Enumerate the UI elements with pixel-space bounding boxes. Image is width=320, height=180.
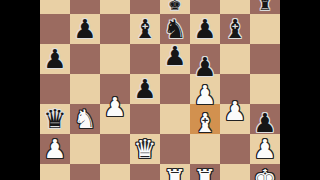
square-b5[interactable] — [70, 74, 100, 104]
letterbox-bar-right — [280, 0, 320, 180]
square-e3[interactable] — [160, 134, 190, 164]
piece-white-pawn-a3[interactable]: ♟ — [43, 134, 66, 164]
piece-black-bishop-d7[interactable]: ♝ — [133, 14, 156, 44]
square-d8[interactable] — [130, 0, 160, 14]
square-c6[interactable] — [100, 44, 130, 74]
piece-black-queen-a4[interactable]: ♛ — [43, 104, 66, 134]
piece-black-rook-h8[interactable]: ♜ — [258, 0, 271, 14]
square-d7[interactable]: ♝ — [130, 14, 160, 44]
piece-white-rook-e2[interactable]: ♜ — [163, 164, 186, 180]
square-c2[interactable] — [100, 164, 130, 180]
square-g3[interactable] — [220, 134, 250, 164]
square-e2[interactable]: ♜ — [160, 164, 190, 180]
square-h8[interactable]: ♜ — [250, 0, 280, 14]
square-g8[interactable] — [220, 0, 250, 14]
piece-black-bishop-g7[interactable]: ♝ — [223, 14, 246, 44]
square-a3[interactable]: ♟ — [40, 134, 70, 164]
square-h5[interactable] — [250, 74, 280, 104]
square-g6[interactable] — [220, 44, 250, 74]
piece-black-pawn-a6[interactable]: ♟ — [43, 44, 66, 74]
square-f4[interactable]: ♝ — [190, 104, 220, 134]
piece-white-pawn-h3[interactable]: ♟ — [253, 134, 276, 164]
piece-white-pawn-f5[interactable]: ♟ — [193, 80, 216, 110]
square-f6[interactable]: ♟ — [190, 44, 220, 74]
square-b6[interactable] — [70, 44, 100, 74]
piece-white-bishop-f4[interactable]: ♝ — [193, 108, 216, 138]
square-f7[interactable]: ♟ — [190, 14, 220, 44]
piece-black-knight-e7[interactable]: ♞ — [163, 14, 186, 44]
square-h4[interactable]: ♟ — [250, 104, 280, 134]
piece-white-pawn-c4[interactable]: ♟ — [103, 92, 126, 122]
square-a5[interactable] — [40, 74, 70, 104]
square-d6[interactable] — [130, 44, 160, 74]
square-a6[interactable]: ♟ — [40, 44, 70, 74]
piece-white-knight-b4[interactable]: ♞ — [73, 104, 96, 134]
chess-board[interactable]: ♚♜♟♝♞♟♝♟♟♟♟♟♛♞♟♝♟♟♟♛♟♜♜♚ — [40, 0, 280, 180]
square-h7[interactable] — [250, 14, 280, 44]
square-e8[interactable]: ♚ — [160, 0, 190, 14]
square-e5[interactable] — [160, 74, 190, 104]
thumbnail-stage: ♚♜♟♝♞♟♝♟♟♟♟♟♛♞♟♝♟♟♟♛♟♜♜♚ — [0, 0, 320, 180]
square-g2[interactable] — [220, 164, 250, 180]
square-e4[interactable] — [160, 104, 190, 134]
square-e7[interactable]: ♞ — [160, 14, 190, 44]
letterbox-bar-left — [0, 0, 40, 180]
square-b4[interactable]: ♞ — [70, 104, 100, 134]
square-b8[interactable] — [70, 0, 100, 14]
square-f8[interactable] — [190, 0, 220, 14]
piece-black-pawn-e6[interactable]: ♟ — [163, 41, 186, 71]
square-e6[interactable]: ♟ — [160, 44, 190, 74]
piece-black-pawn-f7[interactable]: ♟ — [193, 14, 216, 44]
square-a4[interactable]: ♛ — [40, 104, 70, 134]
square-f2[interactable]: ♜ — [190, 164, 220, 180]
square-b7[interactable]: ♟ — [70, 14, 100, 44]
square-d3[interactable]: ♛ — [130, 134, 160, 164]
square-a8[interactable] — [40, 0, 70, 14]
square-h3[interactable]: ♟ — [250, 134, 280, 164]
piece-white-rook-f2[interactable]: ♜ — [193, 164, 216, 180]
piece-white-queen-d3[interactable]: ♛ — [133, 134, 156, 164]
piece-black-pawn-f6[interactable]: ♟ — [193, 52, 216, 82]
square-f3[interactable] — [190, 134, 220, 164]
square-b3[interactable] — [70, 134, 100, 164]
piece-black-pawn-d5[interactable]: ♟ — [133, 74, 156, 104]
square-d2[interactable] — [130, 164, 160, 180]
square-a2[interactable] — [40, 164, 70, 180]
square-b2[interactable] — [70, 164, 100, 180]
square-h2[interactable]: ♚ — [250, 164, 280, 180]
piece-black-king-e8[interactable]: ♚ — [168, 0, 181, 14]
square-c7[interactable] — [100, 14, 130, 44]
square-c8[interactable] — [100, 0, 130, 14]
piece-black-pawn-b7[interactable]: ♟ — [73, 14, 96, 44]
square-d4[interactable] — [130, 104, 160, 134]
square-c3[interactable] — [100, 134, 130, 164]
square-d5[interactable]: ♟ — [130, 74, 160, 104]
square-g7[interactable]: ♝ — [220, 14, 250, 44]
square-c4[interactable]: ♟ — [100, 104, 130, 134]
square-a7[interactable] — [40, 14, 70, 44]
piece-white-king-h2[interactable]: ♚ — [253, 164, 276, 180]
piece-white-pawn-g4[interactable]: ♟ — [223, 96, 246, 126]
square-g4[interactable]: ♟ — [220, 104, 250, 134]
square-h6[interactable] — [250, 44, 280, 74]
